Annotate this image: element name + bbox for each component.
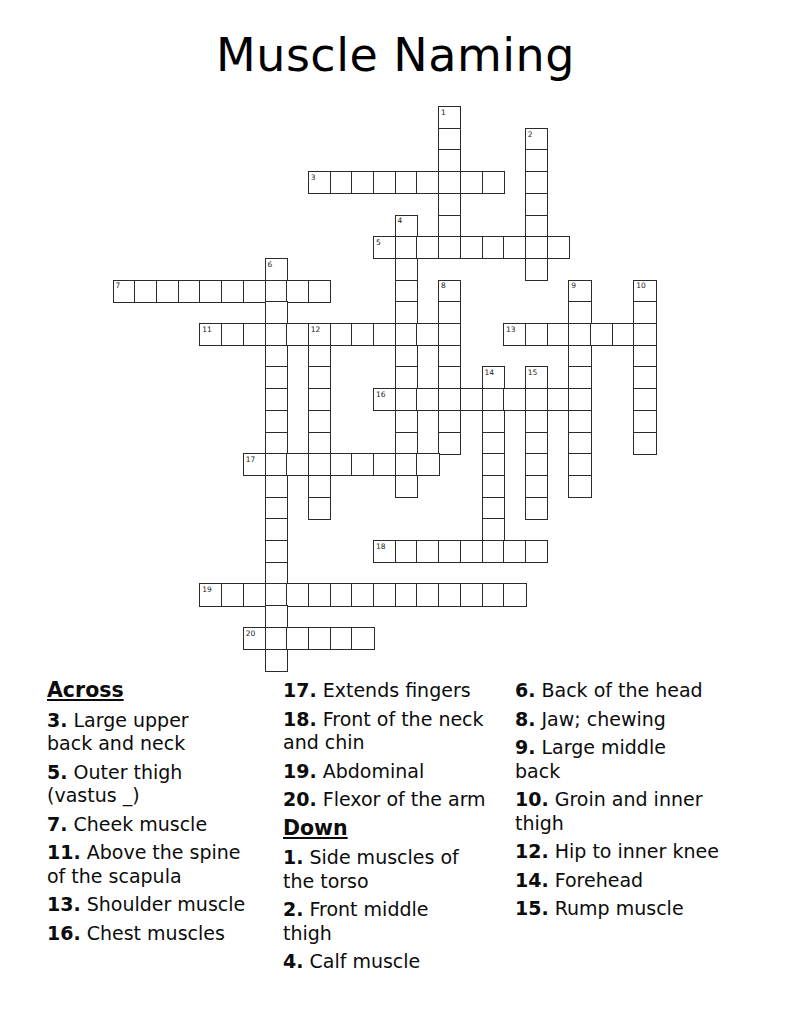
grid-cell[interactable] (308, 432, 331, 455)
grid-cell[interactable] (265, 649, 288, 672)
grid-cell[interactable] (265, 323, 288, 346)
grid-cell[interactable] (525, 453, 548, 476)
grid-cell[interactable] (416, 323, 439, 346)
grid-cell[interactable] (395, 366, 418, 389)
grid-cell[interactable] (308, 627, 331, 650)
grid-cell[interactable] (373, 540, 396, 563)
clues-column-across: Across3. Large upper back and neck5. Out… (47, 679, 273, 950)
grid-cell[interactable] (395, 345, 418, 368)
grid-cell[interactable] (525, 236, 548, 259)
grid-cell[interactable] (460, 388, 483, 411)
grid-cell[interactable] (308, 345, 331, 368)
grid-cell[interactable] (330, 171, 353, 194)
clue-item: 19. Abdominal (283, 760, 515, 784)
page-title: Muscle Naming (0, 28, 791, 82)
grid-cell[interactable] (395, 453, 418, 476)
clue-item: 2. Front middle thigh (283, 898, 515, 945)
grid-cell[interactable] (568, 345, 591, 368)
grid-cell[interactable] (286, 453, 309, 476)
grid-cell[interactable] (243, 453, 266, 476)
grid-cell[interactable] (568, 280, 591, 303)
grid-cell[interactable] (438, 540, 461, 563)
clue-item: 17. Extends fingers (283, 679, 515, 703)
grid-cell[interactable] (525, 540, 548, 563)
clue-item: 14. Forehead (515, 869, 755, 893)
grid-cell[interactable] (633, 323, 656, 346)
grid-cell[interactable] (351, 323, 374, 346)
clue-item: 1. Side muscles of the torso (283, 846, 515, 893)
grid-cell[interactable] (286, 583, 309, 606)
grid-cell[interactable] (416, 583, 439, 606)
grid-cell[interactable] (547, 236, 570, 259)
clue-item-text: Outer thigh (vastus _) (47, 761, 182, 807)
grid-cell[interactable] (373, 453, 396, 476)
grid-cell[interactable] (438, 410, 461, 433)
grid-cell[interactable] (395, 475, 418, 498)
clue-item-number: 14. (515, 869, 549, 891)
grid-cell[interactable] (416, 171, 439, 194)
grid-cell[interactable] (308, 323, 331, 346)
grid-cell[interactable] (134, 280, 157, 303)
clue-item-number: 16. (47, 922, 81, 944)
grid-cell[interactable] (482, 453, 505, 476)
grid-cell[interactable] (525, 497, 548, 520)
grid-cell[interactable] (438, 345, 461, 368)
clue-item: 15. Rump muscle (515, 897, 755, 921)
grid-cell[interactable] (438, 583, 461, 606)
clue-item-text: Cheek muscle (67, 813, 207, 835)
grid-cell[interactable] (503, 583, 526, 606)
clue-item: 3. Large upper back and neck (47, 709, 273, 756)
grid-cell[interactable] (633, 366, 656, 389)
clue-item-text: Extends fingers (317, 679, 471, 701)
grid-cell[interactable] (525, 193, 548, 216)
grid-cell[interactable] (525, 149, 548, 172)
grid-cell[interactable] (525, 410, 548, 433)
clue-item: 10. Groin and inner thigh (515, 788, 755, 835)
clues-column-middle: 17. Extends fingers18. Front of the neck… (283, 679, 515, 979)
grid-cell[interactable] (568, 301, 591, 324)
clue-item: 16. Chest muscles (47, 922, 273, 946)
clue-item: 11. Above the spine of the scapula (47, 841, 273, 888)
grid-cell[interactable] (156, 280, 179, 303)
grid-cell[interactable] (308, 583, 331, 606)
grid-cell[interactable] (221, 583, 244, 606)
grid-cell[interactable] (482, 171, 505, 194)
grid-cell[interactable] (568, 432, 591, 455)
grid-cell[interactable] (438, 171, 461, 194)
grid-cell[interactable] (568, 366, 591, 389)
grid-cell[interactable] (265, 497, 288, 520)
grid-cell[interactable] (199, 280, 222, 303)
grid-cell[interactable] (265, 432, 288, 455)
grid-cell[interactable] (482, 388, 505, 411)
grid-cell[interactable] (438, 301, 461, 324)
grid-cell[interactable] (330, 453, 353, 476)
grid-cell[interactable] (308, 453, 331, 476)
grid-cell[interactable] (265, 605, 288, 628)
clue-item: 13. Shoulder muscle (47, 893, 273, 917)
grid-cell[interactable] (265, 540, 288, 563)
grid-cell[interactable] (438, 193, 461, 216)
grid-cell[interactable] (438, 106, 461, 129)
crossword-board: 1234567891011121314151617181920 (113, 106, 657, 672)
grid-cell[interactable] (265, 627, 288, 650)
clue-item-number: 10. (515, 788, 549, 810)
clue-item-number: 4. (283, 950, 303, 972)
grid-cell[interactable] (265, 410, 288, 433)
grid-cell[interactable] (265, 301, 288, 324)
grid-cell[interactable] (503, 323, 526, 346)
grid-cell[interactable] (373, 323, 396, 346)
grid-cell[interactable] (265, 258, 288, 281)
grid-cell[interactable] (373, 388, 396, 411)
grid-cell[interactable] (590, 323, 613, 346)
grid-cell[interactable] (438, 388, 461, 411)
grid-cell[interactable] (395, 215, 418, 238)
clue-item-text: Forehead (549, 869, 643, 891)
grid-cell[interactable] (178, 280, 201, 303)
grid-cell[interactable] (308, 410, 331, 433)
grid-cell[interactable] (308, 366, 331, 389)
grid-cell[interactable] (265, 518, 288, 541)
clue-item-text: Large middle back (515, 736, 666, 782)
grid-cell[interactable] (395, 388, 418, 411)
clue-item-text: Hip to inner knee (549, 840, 719, 862)
grid-cell[interactable] (395, 258, 418, 281)
grid-cell[interactable] (395, 301, 418, 324)
grid-cell[interactable] (395, 410, 418, 433)
clue-item-number: 7. (47, 813, 67, 835)
grid-cell[interactable] (199, 323, 222, 346)
clue-item: 5. Outer thigh (vastus _) (47, 761, 273, 808)
grid-cell[interactable] (525, 323, 548, 346)
grid-cell[interactable] (438, 128, 461, 151)
grid-cell[interactable] (482, 410, 505, 433)
grid-cell[interactable] (113, 280, 136, 303)
grid-cell[interactable] (265, 583, 288, 606)
grid-cell[interactable] (612, 323, 635, 346)
clues-column-down: 6. Back of the head8. Jaw; chewing9. Lar… (515, 679, 755, 926)
grid-cell[interactable] (547, 323, 570, 346)
clue-item: 7. Cheek muscle (47, 813, 273, 837)
clue-item-number: 18. (283, 708, 317, 730)
grid-cell[interactable] (460, 236, 483, 259)
grid-cell[interactable] (482, 475, 505, 498)
grid-cell[interactable] (633, 301, 656, 324)
grid-cell[interactable] (460, 583, 483, 606)
grid-cell[interactable] (395, 583, 418, 606)
grid-cell[interactable] (503, 540, 526, 563)
grid-cell[interactable] (525, 258, 548, 281)
grid-cell[interactable] (243, 627, 266, 650)
grid-cell[interactable] (416, 453, 439, 476)
clue-item: 4. Calf muscle (283, 950, 515, 974)
grid-cell[interactable] (286, 323, 309, 346)
clue-item: 6. Back of the head (515, 679, 755, 703)
grid-cell[interactable] (438, 323, 461, 346)
clue-item-text: Back of the head (535, 679, 702, 701)
clue-item-number: 9. (515, 736, 535, 758)
grid-cell[interactable] (373, 236, 396, 259)
grid-cell[interactable] (221, 323, 244, 346)
grid-cell[interactable] (330, 583, 353, 606)
grid-cell[interactable] (482, 518, 505, 541)
grid-cell[interactable] (395, 540, 418, 563)
grid-cell[interactable] (547, 388, 570, 411)
grid-cell[interactable] (568, 388, 591, 411)
clue-list-header: Down (283, 817, 515, 841)
clue-item-text: Rump muscle (549, 897, 684, 919)
clue-item: 12. Hip to inner knee (515, 840, 755, 864)
grid-cell[interactable] (330, 627, 353, 650)
grid-cell[interactable] (351, 627, 374, 650)
grid-cell[interactable] (438, 236, 461, 259)
clue-item-number: 17. (283, 679, 317, 701)
grid-cell[interactable] (308, 497, 331, 520)
grid-cell[interactable] (221, 280, 244, 303)
grid-cell[interactable] (482, 366, 505, 389)
grid-cell[interactable] (286, 280, 309, 303)
grid-cell[interactable] (395, 280, 418, 303)
clue-item: 18. Front of the neck and chin (283, 708, 515, 755)
grid-cell[interactable] (265, 280, 288, 303)
clue-item-text: Flexor of the arm (317, 788, 486, 810)
grid-cell[interactable] (265, 475, 288, 498)
grid-cell[interactable] (395, 171, 418, 194)
grid-cell[interactable] (351, 583, 374, 606)
clue-item-number: 12. (515, 840, 549, 862)
grid-cell[interactable] (308, 280, 331, 303)
grid-cell[interactable] (243, 583, 266, 606)
grid-cell[interactable] (265, 388, 288, 411)
clue-item-number: 8. (515, 708, 535, 730)
clue-item-number: 15. (515, 897, 549, 919)
grid-cell[interactable] (416, 388, 439, 411)
grid-cell[interactable] (568, 323, 591, 346)
grid-cell[interactable] (308, 475, 331, 498)
grid-cell[interactable] (199, 583, 222, 606)
clue-item-number: 11. (47, 841, 81, 863)
grid-cell[interactable] (460, 540, 483, 563)
grid-cell[interactable] (330, 323, 353, 346)
grid-cell[interactable] (373, 583, 396, 606)
clue-item-number: 6. (515, 679, 535, 701)
grid-cell[interactable] (395, 432, 418, 455)
grid-cell[interactable] (438, 149, 461, 172)
clue-item-number: 2. (283, 898, 303, 920)
grid-cell[interactable] (308, 388, 331, 411)
clue-item-text: Front middle thigh (283, 898, 428, 944)
grid-cell[interactable] (265, 345, 288, 368)
clue-item-number: 1. (283, 846, 303, 868)
grid-cell[interactable] (373, 171, 396, 194)
grid-cell[interactable] (525, 128, 548, 151)
grid-cell[interactable] (633, 432, 656, 455)
grid-cell[interactable] (416, 540, 439, 563)
grid-cell[interactable] (265, 453, 288, 476)
grid-cell[interactable] (482, 432, 505, 455)
clue-item-text: Jaw; chewing (535, 708, 665, 730)
grid-cell[interactable] (568, 475, 591, 498)
grid-cell[interactable] (438, 366, 461, 389)
grid-cell[interactable] (416, 236, 439, 259)
grid-cell[interactable] (525, 171, 548, 194)
clue-item: 8. Jaw; chewing (515, 708, 755, 732)
clue-item-text: Shoulder muscle (81, 893, 246, 915)
grid-cell[interactable] (438, 432, 461, 455)
grid-cell[interactable] (308, 171, 331, 194)
grid-cell[interactable] (460, 171, 483, 194)
clue-item-number: 19. (283, 760, 317, 782)
grid-cell[interactable] (351, 171, 374, 194)
grid-cell[interactable] (482, 540, 505, 563)
grid-cell[interactable] (633, 280, 656, 303)
clue-item-number: 3. (47, 709, 67, 731)
grid-cell[interactable] (482, 236, 505, 259)
clue-item: 9. Large middle back (515, 736, 755, 783)
clue-list-header: Across (47, 679, 273, 703)
clue-item-number: 20. (283, 788, 317, 810)
grid-cell[interactable] (265, 366, 288, 389)
grid-cell[interactable] (482, 497, 505, 520)
grid-cell[interactable] (633, 345, 656, 368)
grid-cell[interactable] (568, 410, 591, 433)
grid-cell[interactable] (525, 388, 548, 411)
grid-cell[interactable] (525, 366, 548, 389)
grid-cell[interactable] (351, 453, 374, 476)
grid-cell[interactable] (265, 562, 288, 585)
grid-cell[interactable] (503, 388, 526, 411)
grid-cell[interactable] (482, 583, 505, 606)
grid-cell[interactable] (243, 323, 266, 346)
clue-item-text: Chest muscles (81, 922, 225, 944)
grid-cell[interactable] (395, 323, 418, 346)
grid-cell[interactable] (525, 432, 548, 455)
grid-cell[interactable] (243, 280, 266, 303)
grid-cell[interactable] (286, 627, 309, 650)
grid-cell[interactable] (568, 453, 591, 476)
grid-cell[interactable] (525, 215, 548, 238)
grid-cell[interactable] (525, 475, 548, 498)
clue-item-number: 5. (47, 761, 67, 783)
grid-cell[interactable] (633, 410, 656, 433)
clue-item: 20. Flexor of the arm (283, 788, 515, 812)
grid-cell[interactable] (395, 236, 418, 259)
clue-item-text: Large upper back and neck (47, 709, 189, 755)
clue-item-number: 13. (47, 893, 81, 915)
grid-cell[interactable] (503, 236, 526, 259)
clue-item-text: Calf muscle (303, 950, 420, 972)
grid-cell[interactable] (633, 388, 656, 411)
grid-cell[interactable] (438, 215, 461, 238)
grid-cell[interactable] (438, 280, 461, 303)
clue-item-text: Side muscles of the torso (283, 846, 459, 892)
clue-item-text: Abdominal (317, 760, 425, 782)
